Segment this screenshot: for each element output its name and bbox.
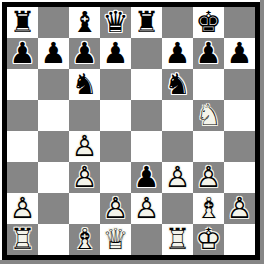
square-f2[interactable] — [162, 193, 193, 224]
square-g3[interactable]: ♟♙ — [193, 162, 224, 193]
square-a4[interactable] — [7, 131, 38, 162]
queen-glyph-fill: ♛ — [100, 7, 131, 38]
pawn-glyph-outline: ♙ — [224, 193, 255, 224]
king-glyph-fill: ♚ — [193, 7, 224, 38]
square-b2[interactable] — [38, 193, 69, 224]
pawn-glyph-outline: ♙ — [7, 193, 38, 224]
chess-diagram: ♜♝♛♜♚♟♟♟♟♟♟♟♞♞♞♘♟♙♟♙♟♟♙♟♙♟♙♟♙♟♙♝♗♟♙♜♖♝♗♛… — [0, 0, 260, 260]
black-pawn-b7[interactable]: ♟ — [38, 38, 69, 69]
white-pawn-d2[interactable]: ♟♙ — [100, 193, 131, 224]
bishop-glyph-outline: ♗ — [193, 193, 224, 224]
square-e7[interactable] — [131, 38, 162, 69]
pawn-glyph-fill: ♟ — [38, 38, 69, 69]
square-e8[interactable]: ♜ — [131, 7, 162, 38]
square-f7[interactable]: ♟ — [162, 38, 193, 69]
square-b4[interactable] — [38, 131, 69, 162]
square-f8[interactable] — [162, 7, 193, 38]
white-pawn-g3[interactable]: ♟♙ — [193, 162, 224, 193]
black-pawn-e3[interactable]: ♟ — [131, 162, 162, 193]
square-h3[interactable] — [224, 162, 255, 193]
square-e1[interactable] — [131, 224, 162, 255]
black-bishop-c8[interactable]: ♝ — [69, 7, 100, 38]
square-g7[interactable]: ♟ — [193, 38, 224, 69]
square-a7[interactable]: ♟ — [7, 38, 38, 69]
white-bishop-c1[interactable]: ♝♗ — [69, 224, 100, 255]
king-glyph-outline: ♔ — [193, 224, 224, 255]
black-pawn-f7[interactable]: ♟ — [162, 38, 193, 69]
white-bishop-g2[interactable]: ♝♗ — [193, 193, 224, 224]
square-c8[interactable]: ♝ — [69, 7, 100, 38]
square-f1[interactable]: ♜♖ — [162, 224, 193, 255]
queen-glyph-outline: ♕ — [100, 224, 131, 255]
square-c2[interactable] — [69, 193, 100, 224]
square-g5[interactable]: ♞♘ — [193, 100, 224, 131]
pawn-glyph-fill: ♟ — [131, 162, 162, 193]
white-pawn-a2[interactable]: ♟♙ — [7, 193, 38, 224]
pawn-glyph-fill: ♟ — [224, 38, 255, 69]
square-d6[interactable] — [100, 69, 131, 100]
square-e6[interactable] — [131, 69, 162, 100]
square-g8[interactable]: ♚ — [193, 7, 224, 38]
pawn-glyph-outline: ♙ — [69, 162, 100, 193]
pawn-glyph-outline: ♙ — [193, 162, 224, 193]
square-c3[interactable]: ♟♙ — [69, 162, 100, 193]
black-pawn-a7[interactable]: ♟ — [7, 38, 38, 69]
square-g4[interactable] — [193, 131, 224, 162]
square-a2[interactable]: ♟♙ — [7, 193, 38, 224]
square-g6[interactable] — [193, 69, 224, 100]
square-c7[interactable]: ♟ — [69, 38, 100, 69]
square-h5[interactable] — [224, 100, 255, 131]
square-a8[interactable]: ♜ — [7, 7, 38, 38]
black-pawn-h7[interactable]: ♟ — [224, 38, 255, 69]
black-knight-c6[interactable]: ♞ — [69, 69, 100, 100]
square-d4[interactable] — [100, 131, 131, 162]
page-background: ♜♝♛♜♚♟♟♟♟♟♟♟♞♞♞♘♟♙♟♙♟♟♙♟♙♟♙♟♙♟♙♝♗♟♙♜♖♝♗♛… — [0, 0, 264, 264]
black-queen-d8[interactable]: ♛ — [100, 7, 131, 38]
square-h6[interactable] — [224, 69, 255, 100]
chess-board: ♜♝♛♜♚♟♟♟♟♟♟♟♞♞♞♘♟♙♟♙♟♟♙♟♙♟♙♟♙♟♙♝♗♟♙♜♖♝♗♛… — [2, 2, 260, 260]
square-c6[interactable]: ♞ — [69, 69, 100, 100]
white-knight-g5[interactable]: ♞♘ — [193, 100, 224, 131]
square-e4[interactable] — [131, 131, 162, 162]
square-b3[interactable] — [38, 162, 69, 193]
square-h7[interactable]: ♟ — [224, 38, 255, 69]
black-knight-f6[interactable]: ♞ — [162, 69, 193, 100]
white-queen-d1[interactable]: ♛♕ — [100, 224, 131, 255]
black-pawn-g7[interactable]: ♟ — [193, 38, 224, 69]
square-b7[interactable]: ♟ — [38, 38, 69, 69]
pawn-glyph-fill: ♟ — [100, 38, 131, 69]
bishop-glyph-fill: ♝ — [69, 7, 100, 38]
square-d7[interactable]: ♟ — [100, 38, 131, 69]
square-e3[interactable]: ♟ — [131, 162, 162, 193]
square-d2[interactable]: ♟♙ — [100, 193, 131, 224]
square-h4[interactable] — [224, 131, 255, 162]
white-king-g1[interactable]: ♚♔ — [193, 224, 224, 255]
square-h1[interactable] — [224, 224, 255, 255]
square-d3[interactable] — [100, 162, 131, 193]
square-c1[interactable]: ♝♗ — [69, 224, 100, 255]
knight-glyph-fill: ♞ — [162, 69, 193, 100]
white-pawn-h2[interactable]: ♟♙ — [224, 193, 255, 224]
pawn-glyph-outline: ♙ — [69, 131, 100, 162]
square-e5[interactable] — [131, 100, 162, 131]
square-g2[interactable]: ♝♗ — [193, 193, 224, 224]
black-pawn-c7[interactable]: ♟ — [69, 38, 100, 69]
square-a3[interactable] — [7, 162, 38, 193]
square-c5[interactable] — [69, 100, 100, 131]
rook-glyph-outline: ♖ — [162, 224, 193, 255]
pawn-glyph-fill: ♟ — [69, 38, 100, 69]
pawn-glyph-outline: ♙ — [162, 162, 193, 193]
black-king-g8[interactable]: ♚ — [193, 7, 224, 38]
pawn-glyph-outline: ♙ — [131, 193, 162, 224]
white-pawn-f3[interactable]: ♟♙ — [162, 162, 193, 193]
knight-glyph-outline: ♘ — [193, 100, 224, 131]
square-d8[interactable]: ♛ — [100, 7, 131, 38]
black-rook-e8[interactable]: ♜ — [131, 7, 162, 38]
square-f4[interactable] — [162, 131, 193, 162]
white-pawn-e2[interactable]: ♟♙ — [131, 193, 162, 224]
square-b5[interactable] — [38, 100, 69, 131]
pawn-glyph-fill: ♟ — [193, 38, 224, 69]
square-g1[interactable]: ♚♔ — [193, 224, 224, 255]
square-c4[interactable]: ♟♙ — [69, 131, 100, 162]
square-b6[interactable] — [38, 69, 69, 100]
rook-glyph-fill: ♜ — [7, 7, 38, 38]
bishop-glyph-outline: ♗ — [69, 224, 100, 255]
pawn-glyph-outline: ♙ — [100, 193, 131, 224]
square-a6[interactable] — [7, 69, 38, 100]
square-f3[interactable]: ♟♙ — [162, 162, 193, 193]
square-d1[interactable]: ♛♕ — [100, 224, 131, 255]
pawn-glyph-fill: ♟ — [7, 38, 38, 69]
square-f6[interactable]: ♞ — [162, 69, 193, 100]
square-e2[interactable]: ♟♙ — [131, 193, 162, 224]
square-h8[interactable] — [224, 7, 255, 38]
square-a1[interactable]: ♜♖ — [7, 224, 38, 255]
white-pawn-c3[interactable]: ♟♙ — [69, 162, 100, 193]
pawn-glyph-fill: ♟ — [162, 38, 193, 69]
square-h2[interactable]: ♟♙ — [224, 193, 255, 224]
rook-glyph-fill: ♜ — [131, 7, 162, 38]
white-rook-f1[interactable]: ♜♖ — [162, 224, 193, 255]
square-b1[interactable] — [38, 224, 69, 255]
square-d5[interactable] — [100, 100, 131, 131]
black-pawn-d7[interactable]: ♟ — [100, 38, 131, 69]
white-rook-a1[interactable]: ♜♖ — [7, 224, 38, 255]
white-pawn-c4[interactable]: ♟♙ — [69, 131, 100, 162]
black-rook-a8[interactable]: ♜ — [7, 7, 38, 38]
rook-glyph-outline: ♖ — [7, 224, 38, 255]
square-b8[interactable] — [38, 7, 69, 38]
knight-glyph-fill: ♞ — [69, 69, 100, 100]
square-f5[interactable] — [162, 100, 193, 131]
square-a5[interactable] — [7, 100, 38, 131]
